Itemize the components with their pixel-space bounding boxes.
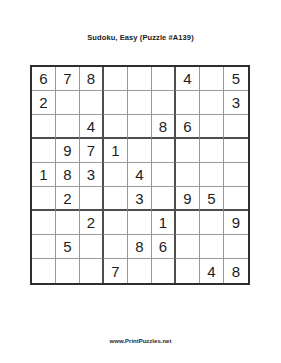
cell-r8c8-empty[interactable]	[200, 235, 224, 259]
cell-r5c1-given: 1	[32, 163, 56, 187]
cell-r1c2-given: 7	[56, 67, 80, 91]
sudoku-grid: 678452348697118342395219586748	[30, 65, 250, 285]
cell-r4c7-empty[interactable]	[176, 139, 200, 163]
cell-r7c2-empty[interactable]	[56, 211, 80, 235]
cell-r7c4-empty[interactable]	[104, 211, 128, 235]
cell-r1c5-empty[interactable]	[128, 67, 152, 91]
cell-r1c7-given: 4	[176, 67, 200, 91]
cell-r4c6-empty[interactable]	[152, 139, 176, 163]
cell-r8c6-given: 6	[152, 235, 176, 259]
cell-r6c5-given: 3	[128, 187, 152, 211]
cell-r3c2-empty[interactable]	[56, 115, 80, 139]
cell-r5c7-empty[interactable]	[176, 163, 200, 187]
cell-r3c4-empty[interactable]	[104, 115, 128, 139]
cell-r2c3-empty[interactable]	[80, 91, 104, 115]
cell-r1c3-given: 8	[80, 67, 104, 91]
cell-r8c1-empty[interactable]	[32, 235, 56, 259]
cell-r7c1-empty[interactable]	[32, 211, 56, 235]
cell-r2c1-given: 2	[32, 91, 56, 115]
cell-r4c5-empty[interactable]	[128, 139, 152, 163]
cell-r6c6-empty[interactable]	[152, 187, 176, 211]
cell-r4c1-empty[interactable]	[32, 139, 56, 163]
cell-r4c9-empty[interactable]	[224, 139, 248, 163]
cell-r4c2-given: 9	[56, 139, 80, 163]
cell-r5c9-empty[interactable]	[224, 163, 248, 187]
cell-r8c7-empty[interactable]	[176, 235, 200, 259]
cell-r7c5-empty[interactable]	[128, 211, 152, 235]
cell-r5c8-empty[interactable]	[200, 163, 224, 187]
cell-r5c3-given: 3	[80, 163, 104, 187]
cell-r8c9-empty[interactable]	[224, 235, 248, 259]
cell-r7c6-given: 1	[152, 211, 176, 235]
cell-r5c2-given: 8	[56, 163, 80, 187]
cell-r8c5-given: 8	[128, 235, 152, 259]
puzzle-title: Sudoku, Easy (Puzzle #A139)	[0, 33, 281, 42]
cell-r1c9-given: 5	[224, 67, 248, 91]
cell-r8c2-given: 5	[56, 235, 80, 259]
cell-r4c8-empty[interactable]	[200, 139, 224, 163]
cell-r5c6-empty[interactable]	[152, 163, 176, 187]
cell-r8c4-empty[interactable]	[104, 235, 128, 259]
cell-r1c6-empty[interactable]	[152, 67, 176, 91]
cell-r7c9-given: 9	[224, 211, 248, 235]
cell-r6c9-empty[interactable]	[224, 187, 248, 211]
cell-r3c5-empty[interactable]	[128, 115, 152, 139]
cell-r6c1-empty[interactable]	[32, 187, 56, 211]
cell-r3c7-given: 6	[176, 115, 200, 139]
cell-r6c3-empty[interactable]	[80, 187, 104, 211]
cell-r3c3-given: 4	[80, 115, 104, 139]
cell-r9c9-given: 8	[224, 259, 248, 283]
cell-r2c2-empty[interactable]	[56, 91, 80, 115]
cell-r7c7-empty[interactable]	[176, 211, 200, 235]
cell-r5c4-empty[interactable]	[104, 163, 128, 187]
cell-r2c5-empty[interactable]	[128, 91, 152, 115]
cell-r1c8-empty[interactable]	[200, 67, 224, 91]
cell-r9c7-empty[interactable]	[176, 259, 200, 283]
cell-r7c8-empty[interactable]	[200, 211, 224, 235]
cell-r6c4-empty[interactable]	[104, 187, 128, 211]
cell-r9c1-empty[interactable]	[32, 259, 56, 283]
cell-r9c5-empty[interactable]	[128, 259, 152, 283]
cell-r9c2-empty[interactable]	[56, 259, 80, 283]
cell-r9c4-given: 7	[104, 259, 128, 283]
cell-r1c4-empty[interactable]	[104, 67, 128, 91]
cell-r3c6-given: 8	[152, 115, 176, 139]
cell-r4c3-given: 7	[80, 139, 104, 163]
cell-r5c5-given: 4	[128, 163, 152, 187]
cell-r3c1-empty[interactable]	[32, 115, 56, 139]
cell-r2c8-empty[interactable]	[200, 91, 224, 115]
footer-site-url: www.PrintPuzzles.net	[0, 338, 281, 344]
sudoku-page: Sudoku, Easy (Puzzle #A139) 678452348697…	[0, 0, 281, 363]
cell-r2c4-empty[interactable]	[104, 91, 128, 115]
cell-r8c3-empty[interactable]	[80, 235, 104, 259]
cell-r2c6-empty[interactable]	[152, 91, 176, 115]
cell-r3c8-empty[interactable]	[200, 115, 224, 139]
cell-r9c3-empty[interactable]	[80, 259, 104, 283]
cell-r4c4-given: 1	[104, 139, 128, 163]
cell-r6c8-given: 5	[200, 187, 224, 211]
cell-r1c1-given: 6	[32, 67, 56, 91]
cell-r7c3-given: 2	[80, 211, 104, 235]
cell-r9c6-empty[interactable]	[152, 259, 176, 283]
cell-r3c9-empty[interactable]	[224, 115, 248, 139]
cell-r9c8-given: 4	[200, 259, 224, 283]
cell-r6c7-given: 9	[176, 187, 200, 211]
cell-r2c7-empty[interactable]	[176, 91, 200, 115]
cell-r6c2-given: 2	[56, 187, 80, 211]
cell-r2c9-given: 3	[224, 91, 248, 115]
